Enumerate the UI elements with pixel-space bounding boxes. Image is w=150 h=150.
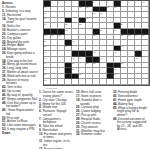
clue-down-45: 45. What a hungry knight might pray for … — [113, 105, 149, 116]
cell-number: 31 — [93, 34, 95, 36]
cell-number: 34 — [135, 34, 137, 36]
cell-number: 3 — [65, 1, 66, 3]
cell-number: 25 — [65, 29, 67, 31]
cell-number: 33 — [128, 34, 130, 36]
cell-r15c1[interactable]: 60 — [44, 79, 51, 85]
cell-r15c4[interactable] — [65, 79, 72, 85]
cell-number: 23 — [79, 23, 81, 25]
cell-number: 41 — [44, 51, 46, 53]
clue-across-39: 39. Source of many fortunes — [2, 78, 38, 85]
clue-number: 48. — [2, 100, 7, 104]
cell-number: 52 — [93, 62, 95, 64]
cell-number: 45 — [72, 57, 74, 59]
cell-number: 28 — [44, 34, 46, 36]
clue-number: 32. — [76, 132, 81, 136]
cell-number: 37 — [72, 40, 74, 42]
clue-across-49: 49. 'Great Expectations' lad — [2, 108, 38, 115]
cell-number: 5 — [93, 1, 94, 3]
cell-r15c2[interactable] — [51, 79, 58, 85]
cell-number: 24 — [121, 23, 123, 25]
clue-number: 7. — [39, 116, 42, 120]
cell-number: 46 — [79, 57, 81, 59]
cell-number: 32 — [121, 34, 123, 36]
cell-number: 53 — [121, 62, 123, 64]
cell-r15c7[interactable] — [86, 79, 93, 85]
clue-number: 14. — [2, 16, 7, 20]
cell-number: 42 — [93, 51, 95, 53]
cell-number: 16 — [44, 12, 46, 14]
cell-number: 43 — [114, 51, 116, 53]
cell-number: 7 — [121, 1, 122, 3]
cell-number: 17 — [93, 12, 95, 14]
cell-number: 19 — [44, 17, 46, 19]
clue-down-7: 7. Constantine's birthplace — [39, 116, 75, 123]
cell-number: 21 — [44, 23, 46, 25]
across-clues-column: Across1. Rosters5. Debating, in a way11.… — [2, 1, 38, 149]
cell-r15c8[interactable] — [93, 79, 100, 85]
cell-number: 58 — [79, 73, 81, 75]
clue-number: 1. — [39, 90, 42, 94]
cell-number: 47 — [100, 57, 102, 59]
clue-across-26: 26. Kept going without a break — [2, 51, 38, 58]
clue-number: 49. — [2, 108, 7, 112]
cell-number: 54 — [44, 68, 46, 70]
clue-across-14: 14. 'Time for your favorite show!' — [2, 16, 38, 23]
clue-number: 11. — [39, 139, 44, 143]
crossword-page: Across1. Rosters5. Debating, in a way11.… — [0, 0, 150, 150]
clue-number: 6. — [39, 109, 42, 113]
cell-r15c13[interactable] — [128, 79, 135, 85]
clue-down-10: 10. Far down and green, at times — [39, 132, 75, 139]
clue-number: 18. — [76, 98, 81, 102]
cell-number: 51 — [86, 62, 88, 64]
cell-number: 36 — [44, 40, 46, 42]
grid-caption-text: © crossword — [43, 87, 103, 90]
cell-number: 22 — [65, 23, 67, 25]
cell-number: 49 — [44, 62, 46, 64]
cell-number: 29 — [51, 34, 53, 36]
clue-down-18: 18. Grateful diner's sounds — [76, 98, 111, 105]
cell-number: 48 — [135, 57, 137, 59]
cell-number: 26 — [100, 29, 102, 31]
clue-down-1: 1. Dance for some insect-eating plants? — [39, 90, 75, 97]
cell-number: 10 — [142, 1, 144, 3]
clue-number: 12. — [39, 146, 44, 149]
clue-down-12: 12. Bygone fabric — [39, 146, 75, 149]
cell-number: 13 — [86, 6, 88, 8]
cell-r15c3[interactable] — [58, 79, 65, 85]
cell-number: 50 — [72, 62, 74, 64]
clue-number: 10. — [39, 132, 44, 136]
cell-number: 8 — [128, 1, 129, 3]
cell-number: 4 — [72, 1, 73, 3]
cell-r15c6[interactable] — [79, 79, 86, 85]
cell-r15c10[interactable] — [107, 79, 114, 85]
clue-across-48: 48. One that shows up in hot water? — [2, 100, 38, 107]
cell-number: 30 — [58, 34, 60, 36]
cell-number: 35 — [142, 34, 144, 36]
clue-down-11: 11. Indian region, or its tea — [39, 139, 75, 146]
cell-number: 11 — [44, 6, 46, 8]
cell-number: 6 — [107, 1, 108, 3]
cell-number: 44 — [44, 57, 46, 59]
clue-number: 49. — [113, 116, 118, 120]
cell-r15c15[interactable] — [142, 79, 149, 85]
cell-number: 2 — [58, 1, 59, 3]
cell-number: 55 — [72, 68, 74, 70]
clue-down-49: 49. Desired outcome of the activity sugg… — [113, 116, 149, 130]
cell-number: 12 — [79, 6, 81, 8]
down-clues-column-3: 33. Fencing blade40. Nonconformist41. Ho… — [113, 90, 149, 149]
down-header: Down — [2, 131, 38, 135]
cell-number: 57 — [44, 73, 46, 75]
cell-number: 14 — [107, 6, 109, 8]
cell-number: 59 — [114, 73, 116, 75]
clue-number: 45. — [113, 105, 118, 109]
cell-number: 20 — [86, 17, 88, 19]
down-clues-column-2: 15. Mess hall crew17. Gone to pieces18. … — [76, 90, 111, 149]
cell-number: 27 — [114, 29, 116, 31]
cell-r15c9[interactable] — [100, 79, 107, 85]
crossword-grid[interactable]: 1234567891011121314151617181920212223242… — [43, 0, 150, 86]
clue-number: 26. — [2, 51, 7, 55]
cell-number: 38 — [44, 45, 46, 47]
cell-number: 18 — [100, 12, 102, 14]
clue-number: 39. — [2, 78, 7, 82]
down-clues-column-1: 1. Dance for some insect-eating plants?2… — [39, 90, 75, 149]
cell-r15c5[interactable] — [72, 79, 79, 85]
cell-number: 40 — [121, 45, 123, 47]
cell-number: 1 — [51, 1, 52, 3]
cell-number: 15 — [114, 6, 116, 8]
cell-number: 60 — [44, 79, 46, 81]
clue-down-32: 32. Summer cooler — [76, 132, 111, 136]
cell-r15c12[interactable] — [121, 79, 128, 85]
clue-down-6: 6. 'Fantastic Voyage' vessel — [39, 109, 75, 116]
cell-number: 9 — [135, 1, 136, 3]
cell-r15c14[interactable] — [135, 79, 142, 85]
cell-r15c11[interactable] — [114, 79, 121, 85]
cell-number: 56 — [114, 68, 116, 70]
cell-number: 39 — [65, 45, 67, 47]
